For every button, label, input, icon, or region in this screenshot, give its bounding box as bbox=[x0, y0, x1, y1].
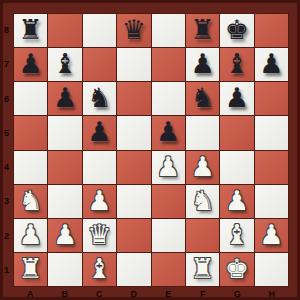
square-h6[interactable] bbox=[255, 82, 288, 115]
square-h7[interactable]: ♟ bbox=[255, 48, 288, 81]
square-f5[interactable] bbox=[186, 116, 219, 149]
square-a4[interactable] bbox=[14, 151, 47, 184]
square-b3[interactable] bbox=[48, 185, 81, 218]
square-c8[interactable] bbox=[83, 14, 116, 47]
black-pawn: ♟ bbox=[19, 50, 43, 77]
black-pawn: ♟ bbox=[53, 84, 77, 111]
square-a2[interactable]: ♟ bbox=[14, 219, 47, 252]
square-a6[interactable] bbox=[14, 82, 47, 115]
white-bishop: ♝ bbox=[225, 221, 249, 248]
black-king: ♚ bbox=[225, 16, 249, 43]
square-e4[interactable]: ♟ bbox=[152, 151, 185, 184]
black-rook: ♜ bbox=[190, 16, 214, 43]
black-pawn: ♟ bbox=[259, 50, 283, 77]
square-g6[interactable]: ♟ bbox=[220, 82, 253, 115]
square-e3[interactable] bbox=[152, 185, 185, 218]
black-queen: ♛ bbox=[122, 16, 146, 43]
white-king: ♚ bbox=[225, 255, 249, 282]
square-d8[interactable]: ♛ bbox=[117, 14, 150, 47]
white-pawn: ♟ bbox=[259, 221, 283, 248]
white-pawn: ♟ bbox=[156, 153, 180, 180]
square-e1[interactable] bbox=[152, 253, 185, 286]
black-pawn: ♟ bbox=[225, 84, 249, 111]
square-c1[interactable]: ♝ bbox=[83, 253, 116, 286]
rank-label-8: 8 bbox=[0, 13, 13, 47]
rank-label-5: 5 bbox=[0, 116, 13, 150]
black-bishop: ♝ bbox=[53, 50, 77, 77]
square-e2[interactable] bbox=[152, 219, 185, 252]
white-pawn: ♟ bbox=[225, 187, 249, 214]
file-label-d: D bbox=[117, 287, 152, 300]
square-c2[interactable]: ♛ bbox=[83, 219, 116, 252]
black-knight: ♞ bbox=[87, 84, 111, 111]
square-c7[interactable] bbox=[83, 48, 116, 81]
white-knight: ♞ bbox=[190, 187, 214, 214]
square-d5[interactable] bbox=[117, 116, 150, 149]
rank-label-7: 7 bbox=[0, 47, 13, 81]
file-label-c: C bbox=[82, 287, 117, 300]
file-label-e: E bbox=[151, 287, 186, 300]
file-label-a: A bbox=[13, 287, 48, 300]
square-b2[interactable]: ♟ bbox=[48, 219, 81, 252]
square-b6[interactable]: ♟ bbox=[48, 82, 81, 115]
black-pawn: ♟ bbox=[87, 118, 111, 145]
rank-label-2: 2 bbox=[0, 219, 13, 253]
square-d6[interactable] bbox=[117, 82, 150, 115]
square-f6[interactable]: ♞ bbox=[186, 82, 219, 115]
white-bishop: ♝ bbox=[87, 255, 111, 282]
chess-board: ♜♛♜♚♟♝♟♝♟♟♞♞♟♟♟♟♟♞♟♞♟♟♟♛♝♟♜♝♜♚ bbox=[13, 13, 289, 287]
white-pawn: ♟ bbox=[87, 187, 111, 214]
square-d4[interactable] bbox=[117, 151, 150, 184]
square-g2[interactable]: ♝ bbox=[220, 219, 253, 252]
square-c3[interactable]: ♟ bbox=[83, 185, 116, 218]
square-g4[interactable] bbox=[220, 151, 253, 184]
file-label-f: F bbox=[186, 287, 221, 300]
square-c5[interactable]: ♟ bbox=[83, 116, 116, 149]
black-knight: ♞ bbox=[190, 84, 214, 111]
square-g8[interactable]: ♚ bbox=[220, 14, 253, 47]
square-c4[interactable] bbox=[83, 151, 116, 184]
rank-label-3: 3 bbox=[0, 184, 13, 218]
square-a7[interactable]: ♟ bbox=[14, 48, 47, 81]
square-f8[interactable]: ♜ bbox=[186, 14, 219, 47]
square-b5[interactable] bbox=[48, 116, 81, 149]
white-pawn: ♟ bbox=[19, 221, 43, 248]
square-h3[interactable] bbox=[255, 185, 288, 218]
square-h1[interactable] bbox=[255, 253, 288, 286]
square-g5[interactable] bbox=[220, 116, 253, 149]
square-b4[interactable] bbox=[48, 151, 81, 184]
square-g7[interactable]: ♝ bbox=[220, 48, 253, 81]
square-a8[interactable]: ♜ bbox=[14, 14, 47, 47]
square-c6[interactable]: ♞ bbox=[83, 82, 116, 115]
square-f2[interactable] bbox=[186, 219, 219, 252]
white-knight: ♞ bbox=[19, 187, 43, 214]
white-pawn: ♟ bbox=[53, 221, 77, 248]
black-pawn: ♟ bbox=[156, 118, 180, 145]
square-h5[interactable] bbox=[255, 116, 288, 149]
white-pawn: ♟ bbox=[190, 153, 214, 180]
white-rook: ♜ bbox=[19, 255, 43, 282]
square-d1[interactable] bbox=[117, 253, 150, 286]
square-e6[interactable] bbox=[152, 82, 185, 115]
square-a5[interactable] bbox=[14, 116, 47, 149]
black-pawn: ♟ bbox=[190, 50, 214, 77]
square-e5[interactable]: ♟ bbox=[152, 116, 185, 149]
square-h2[interactable]: ♟ bbox=[255, 219, 288, 252]
square-a3[interactable]: ♞ bbox=[14, 185, 47, 218]
square-g1[interactable]: ♚ bbox=[220, 253, 253, 286]
square-d3[interactable] bbox=[117, 185, 150, 218]
square-f3[interactable]: ♞ bbox=[186, 185, 219, 218]
square-d2[interactable] bbox=[117, 219, 150, 252]
square-g3[interactable]: ♟ bbox=[220, 185, 253, 218]
white-rook: ♜ bbox=[190, 255, 214, 282]
square-f4[interactable]: ♟ bbox=[186, 151, 219, 184]
file-label-b: B bbox=[48, 287, 83, 300]
black-rook: ♜ bbox=[19, 16, 43, 43]
square-f7[interactable]: ♟ bbox=[186, 48, 219, 81]
square-a1[interactable]: ♜ bbox=[14, 253, 47, 286]
square-b1[interactable] bbox=[48, 253, 81, 286]
square-e8[interactable] bbox=[152, 14, 185, 47]
file-label-g: G bbox=[220, 287, 255, 300]
square-b8[interactable] bbox=[48, 14, 81, 47]
square-h8[interactable] bbox=[255, 14, 288, 47]
chess-board-frame: ♜♛♜♚♟♝♟♝♟♟♞♞♟♟♟♟♟♞♟♞♟♟♟♛♝♟♜♝♜♚ 87654321A… bbox=[0, 0, 300, 300]
rank-label-4: 4 bbox=[0, 150, 13, 184]
square-h4[interactable] bbox=[255, 151, 288, 184]
square-d7[interactable] bbox=[117, 48, 150, 81]
rank-label-6: 6 bbox=[0, 82, 13, 116]
rank-label-1: 1 bbox=[0, 253, 13, 287]
black-bishop: ♝ bbox=[225, 50, 249, 77]
file-label-h: H bbox=[255, 287, 290, 300]
white-queen: ♛ bbox=[87, 221, 111, 248]
square-e7[interactable] bbox=[152, 48, 185, 81]
square-b7[interactable]: ♝ bbox=[48, 48, 81, 81]
square-f1[interactable]: ♜ bbox=[186, 253, 219, 286]
